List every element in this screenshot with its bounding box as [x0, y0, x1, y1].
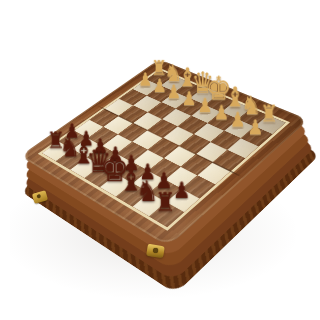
chess-set-product-photo[interactable]: ♜♞♝♛♚♝♞♜♟♟♟♟♟♟♟♟♟♟♟♟♟♟♟♟♜♞♝♛♚♝♞♜ — [0, 0, 320, 320]
front-clasp — [146, 244, 165, 259]
